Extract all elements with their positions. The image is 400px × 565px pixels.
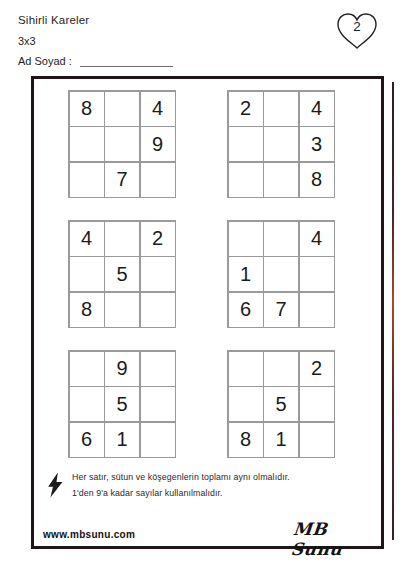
website-url: www.mbsunu.com [43,529,135,540]
empty-cell [105,293,139,327]
empty-cell [229,387,263,421]
empty-cell [141,257,175,291]
empty-cell [141,163,175,197]
heart-badge: 2 [335,12,379,52]
empty-cell [229,222,263,256]
magic-square-grid-6: 2581 [227,350,335,458]
instruction-line-2: 1'den 9'a kadar sayılar kullanılmalıdır. [72,486,290,502]
empty-cell [300,387,334,421]
given-number-cell: 5 [105,387,139,421]
given-number-cell: 7 [264,293,298,327]
empty-cell [141,293,175,327]
empty-cell [141,423,175,457]
given-number-cell: 8 [70,92,104,126]
given-number-cell: 2 [229,92,263,126]
given-number-cell: 8 [300,163,334,197]
given-number-cell: 2 [141,222,175,256]
empty-cell [70,257,104,291]
given-number-cell: 5 [105,257,139,291]
page-edge-shadow [392,82,394,540]
empty-cell [70,127,104,161]
empty-cell [264,222,298,256]
empty-cell [300,257,334,291]
empty-cell [264,127,298,161]
empty-cell [264,92,298,126]
worksheet-border-box: 8497 2438 4258 4167 9561 2581 Her satır,… [31,76,384,549]
lightning-icon [47,472,63,498]
empty-cell [264,163,298,197]
given-number-cell: 6 [229,293,263,327]
given-number-cell: 1 [229,257,263,291]
given-number-cell: 7 [105,163,139,197]
given-number-cell: 4 [300,222,334,256]
magic-square-grid-5: 9561 [68,350,176,458]
empty-cell [105,127,139,161]
instructions-block: Her satır, sütun ve köşegenlerin toplamı… [47,470,290,501]
magic-square-grid-4: 4167 [227,220,335,328]
empty-cell [70,387,104,421]
empty-cell [105,222,139,256]
given-number-cell: 8 [229,423,263,457]
magic-square-grid-3: 4258 [68,220,176,328]
given-number-cell: 4 [70,222,104,256]
worksheet-size-label: 3x3 [18,35,36,47]
name-label: Ad Soyad : [18,55,72,67]
page-title: Sihirli Kareler [18,14,89,26]
instruction-line-1: Her satır, sütun ve köşegenlerin toplamı… [72,470,290,486]
empty-cell [141,387,175,421]
given-number-cell: 6 [70,423,104,457]
empty-cell [141,352,175,386]
given-number-cell: 1 [105,423,139,457]
given-number-cell: 1 [264,423,298,457]
empty-cell [70,352,104,386]
magic-square-grid-1: 8497 [68,90,176,198]
heart-badge-number: 2 [335,19,379,34]
magic-square-grid-2: 2438 [227,90,335,198]
name-blank-line [80,66,173,67]
given-number-cell: 2 [300,352,334,386]
empty-cell [229,163,263,197]
empty-cell [229,127,263,161]
given-number-cell: 4 [141,92,175,126]
empty-cell [300,293,334,327]
given-number-cell: 8 [70,293,104,327]
brand-signature: MB Sunu [290,519,383,559]
empty-cell [70,163,104,197]
empty-cell [105,92,139,126]
empty-cell [300,423,334,457]
empty-cell [264,257,298,291]
empty-cell [229,352,263,386]
given-number-cell: 5 [264,387,298,421]
given-number-cell: 4 [300,92,334,126]
given-number-cell: 3 [300,127,334,161]
given-number-cell: 9 [105,352,139,386]
empty-cell [264,352,298,386]
given-number-cell: 9 [141,127,175,161]
